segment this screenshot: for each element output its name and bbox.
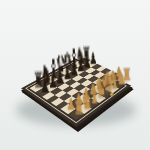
piece-white-rook: ♜ (121, 67, 132, 84)
square-f1: ♝ (105, 84, 119, 93)
square-g1: ♞ (111, 80, 125, 88)
piece-black-bishop: ♝ (47, 56, 60, 84)
square-e4 (81, 80, 92, 87)
square-a8: ♜ (29, 84, 43, 93)
piece-black-queen: ♛ (55, 53, 67, 81)
brass-latch-icon (87, 100, 90, 103)
brass-hinge-icon (110, 93, 114, 96)
chess-set-product-photo: ♜♞♝♛♚♝♞♜♟♟♟♟♟♟♟♟♟♟♟♟♟♟♟♟♜♞♝♛♚♝♞♜ (0, 0, 150, 150)
